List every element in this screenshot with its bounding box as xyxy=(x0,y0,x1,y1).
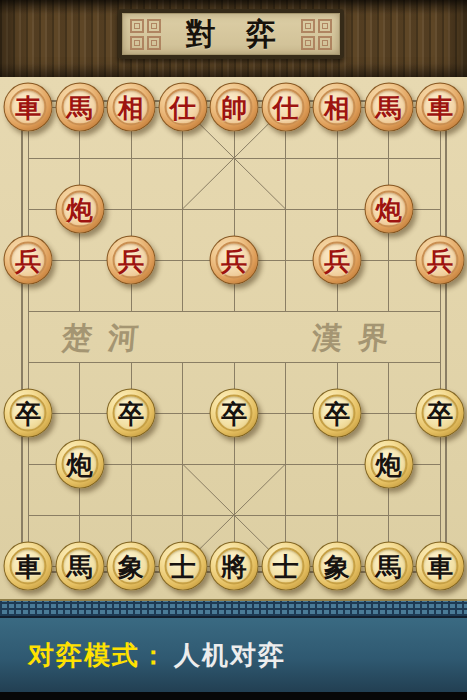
piece-face: 仕 xyxy=(164,89,201,126)
piece-red-general[interactable]: 帥 xyxy=(210,83,259,132)
piece-glyph: 將 xyxy=(221,553,247,579)
xiangqi-board[interactable]: 楚河 漢界 車馬相仕帥仕相馬車炮炮兵兵兵兵兵卒卒卒卒卒炮炮車馬象士將士象馬車 xyxy=(0,77,467,599)
piece-glyph: 士 xyxy=(273,553,299,579)
piece-face: 將 xyxy=(216,548,253,585)
piece-face: 卒 xyxy=(113,395,150,432)
piece-glyph: 馬 xyxy=(376,94,402,120)
piece-face: 馬 xyxy=(370,89,407,126)
piece-face: 兵 xyxy=(319,242,356,279)
piece-glyph: 卒 xyxy=(221,400,247,426)
piece-face: 馬 xyxy=(61,89,98,126)
piece-red-soldier[interactable]: 兵 xyxy=(313,236,362,285)
piece-glyph: 車 xyxy=(427,553,453,579)
piece-glyph: 仕 xyxy=(170,94,196,120)
piece-glyph: 卒 xyxy=(324,400,350,426)
piece-red-cannon[interactable]: 炮 xyxy=(364,185,413,234)
piece-face: 馬 xyxy=(61,548,98,585)
piece-red-horse[interactable]: 馬 xyxy=(364,83,413,132)
piece-face: 車 xyxy=(422,548,459,585)
piece-black-cannon[interactable]: 炮 xyxy=(364,440,413,489)
piece-black-chariot[interactable]: 車 xyxy=(416,542,465,591)
piece-face: 炮 xyxy=(61,191,98,228)
piece-black-general[interactable]: 將 xyxy=(210,542,259,591)
piece-black-soldier[interactable]: 卒 xyxy=(210,389,259,438)
piece-black-elephant[interactable]: 象 xyxy=(313,542,362,591)
piece-red-chariot[interactable]: 車 xyxy=(416,83,465,132)
meander-border xyxy=(0,599,467,618)
meander-motif-right-icon xyxy=(301,19,332,50)
piece-black-soldier[interactable]: 卒 xyxy=(416,389,465,438)
piece-red-soldier[interactable]: 兵 xyxy=(416,236,465,285)
piece-glyph: 炮 xyxy=(376,451,402,477)
piece-black-soldier[interactable]: 卒 xyxy=(313,389,362,438)
piece-red-soldier[interactable]: 兵 xyxy=(107,236,156,285)
piece-glyph: 象 xyxy=(324,553,350,579)
piece-glyph: 兵 xyxy=(15,247,41,273)
piece-glyph: 車 xyxy=(427,94,453,120)
piece-glyph: 炮 xyxy=(67,451,93,477)
piece-face: 車 xyxy=(10,89,47,126)
piece-glyph: 兵 xyxy=(221,247,247,273)
piece-red-horse[interactable]: 馬 xyxy=(55,83,104,132)
piece-glyph: 車 xyxy=(15,553,41,579)
piece-face: 象 xyxy=(113,548,150,585)
piece-glyph: 相 xyxy=(324,94,350,120)
piece-face: 炮 xyxy=(370,191,407,228)
piece-black-horse[interactable]: 馬 xyxy=(364,542,413,591)
piece-face: 帥 xyxy=(216,89,253,126)
piece-red-chariot[interactable]: 車 xyxy=(4,83,53,132)
piece-face: 兵 xyxy=(422,242,459,279)
piece-glyph: 帥 xyxy=(221,94,247,120)
piece-red-soldier[interactable]: 兵 xyxy=(4,236,53,285)
piece-face: 車 xyxy=(422,89,459,126)
piece-red-elephant[interactable]: 相 xyxy=(107,83,156,132)
piece-black-cannon[interactable]: 炮 xyxy=(55,440,104,489)
wood-header: 對 弈 xyxy=(0,0,467,80)
piece-face: 士 xyxy=(267,548,304,585)
piece-glyph: 卒 xyxy=(427,400,453,426)
piece-glyph: 相 xyxy=(118,94,144,120)
piece-face: 卒 xyxy=(422,395,459,432)
piece-black-horse[interactable]: 馬 xyxy=(55,542,104,591)
piece-black-advisor[interactable]: 士 xyxy=(261,542,310,591)
piece-black-soldier[interactable]: 卒 xyxy=(4,389,53,438)
piece-glyph: 馬 xyxy=(67,553,93,579)
piece-glyph: 卒 xyxy=(118,400,144,426)
piece-face: 兵 xyxy=(216,242,253,279)
river-label-left: 楚河 xyxy=(60,318,156,359)
piece-red-elephant[interactable]: 相 xyxy=(313,83,362,132)
piece-black-chariot[interactable]: 車 xyxy=(4,542,53,591)
piece-face: 兵 xyxy=(10,242,47,279)
river-label-right: 漢界 xyxy=(310,318,406,359)
game-mode-label: 对弈模式： xyxy=(28,638,168,673)
status-bar: 对弈模式： 人机对弈 xyxy=(0,618,467,692)
piece-face: 兵 xyxy=(113,242,150,279)
piece-glyph: 車 xyxy=(15,94,41,120)
piece-glyph: 士 xyxy=(170,553,196,579)
piece-glyph: 馬 xyxy=(376,553,402,579)
piece-glyph: 炮 xyxy=(376,196,402,222)
piece-face: 卒 xyxy=(216,395,253,432)
title-plaque: 對 弈 xyxy=(118,9,344,59)
piece-red-cannon[interactable]: 炮 xyxy=(55,185,104,234)
piece-face: 相 xyxy=(319,89,356,126)
piece-glyph: 炮 xyxy=(67,196,93,222)
piece-face: 馬 xyxy=(370,548,407,585)
piece-red-advisor[interactable]: 仕 xyxy=(158,83,207,132)
piece-glyph: 兵 xyxy=(118,247,144,273)
piece-face: 卒 xyxy=(319,395,356,432)
piece-face: 象 xyxy=(319,548,356,585)
piece-black-elephant[interactable]: 象 xyxy=(107,542,156,591)
piece-black-advisor[interactable]: 士 xyxy=(158,542,207,591)
piece-face: 仕 xyxy=(267,89,304,126)
piece-face: 卒 xyxy=(10,395,47,432)
piece-glyph: 仕 xyxy=(273,94,299,120)
piece-face: 士 xyxy=(164,548,201,585)
game-mode-value: 人机对弈 xyxy=(174,638,286,673)
piece-face: 炮 xyxy=(61,446,98,483)
piece-glyph: 兵 xyxy=(427,247,453,273)
page-title: 對 弈 xyxy=(161,19,301,49)
piece-glyph: 兵 xyxy=(324,247,350,273)
piece-glyph: 卒 xyxy=(15,400,41,426)
piece-glyph: 馬 xyxy=(67,94,93,120)
piece-glyph: 象 xyxy=(118,553,144,579)
piece-red-advisor[interactable]: 仕 xyxy=(261,83,310,132)
piece-face: 車 xyxy=(10,548,47,585)
meander-motif-left-icon xyxy=(130,19,161,50)
bottom-strip xyxy=(0,692,467,700)
piece-red-soldier[interactable]: 兵 xyxy=(210,236,259,285)
piece-black-soldier[interactable]: 卒 xyxy=(107,389,156,438)
piece-face: 相 xyxy=(113,89,150,126)
piece-face: 炮 xyxy=(370,446,407,483)
